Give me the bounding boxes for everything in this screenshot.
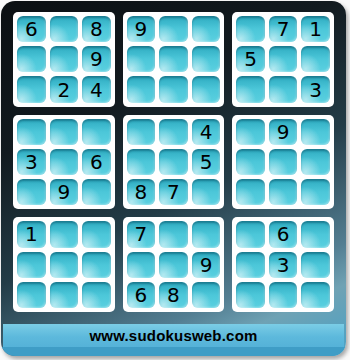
sudoku-cell-r1c4[interactable]: 9: [127, 16, 156, 42]
sudoku-cell-r3c5[interactable]: [159, 76, 188, 102]
sudoku-cell-r5c8[interactable]: [269, 149, 298, 175]
sudoku-box-7: 1: [13, 217, 115, 312]
sudoku-cell-r8c5[interactable]: [159, 252, 188, 278]
sudoku-box-8: 7968: [123, 217, 225, 312]
sudoku-cell-r5c5[interactable]: [159, 149, 188, 175]
sudoku-cell-r3c4[interactable]: [127, 76, 156, 102]
sudoku-cell-r3c7[interactable]: [236, 76, 265, 102]
sudoku-cell-r7c2[interactable]: [50, 221, 79, 247]
sudoku-cell-r1c5[interactable]: [159, 16, 188, 42]
sudoku-cell-r6c2[interactable]: 9: [50, 179, 79, 205]
sudoku-cell-r5c6[interactable]: 5: [192, 149, 221, 175]
sudoku-cell-r7c7[interactable]: [236, 221, 265, 247]
sudoku-cell-r4c4[interactable]: [127, 119, 156, 145]
sudoku-cell-r6c6[interactable]: [192, 179, 221, 205]
sudoku-cell-r7c1[interactable]: 1: [17, 221, 46, 247]
sudoku-cell-r1c9[interactable]: 1: [301, 16, 330, 42]
website-url[interactable]: www.sudokusweb.com: [89, 327, 257, 344]
sudoku-box-2: 9: [123, 12, 225, 107]
sudoku-cell-r7c5[interactable]: [159, 221, 188, 247]
sudoku-cell-r5c3[interactable]: 6: [82, 149, 111, 175]
sudoku-cell-r4c8[interactable]: 9: [269, 119, 298, 145]
sudoku-cell-r3c3[interactable]: 4: [82, 76, 111, 102]
sudoku-cell-r4c7[interactable]: [236, 119, 265, 145]
sudoku-cell-r1c7[interactable]: [236, 16, 265, 42]
sudoku-cell-r3c6[interactable]: [192, 76, 221, 102]
sudoku-cell-r8c9[interactable]: [301, 252, 330, 278]
sudoku-cell-r7c3[interactable]: [82, 221, 111, 247]
sudoku-cell-r1c6[interactable]: [192, 16, 221, 42]
sudoku-box-9: 63: [232, 217, 334, 312]
sudoku-cell-r1c1[interactable]: 6: [17, 16, 46, 42]
sudoku-cell-r8c7[interactable]: [236, 252, 265, 278]
sudoku-cell-r4c5[interactable]: [159, 119, 188, 145]
sudoku-cell-r9c9[interactable]: [301, 282, 330, 308]
sudoku-cell-r7c6[interactable]: [192, 221, 221, 247]
sudoku-cell-r3c8[interactable]: [269, 76, 298, 102]
sudoku-box-4: 369: [13, 115, 115, 210]
sudoku-cell-r8c3[interactable]: [82, 252, 111, 278]
sudoku-box-6: 9: [232, 115, 334, 210]
sudoku-cell-r7c9[interactable]: [301, 221, 330, 247]
sudoku-cell-r9c5[interactable]: 8: [159, 282, 188, 308]
sudoku-cell-r7c8[interactable]: 6: [269, 221, 298, 247]
sudoku-cell-r2c2[interactable]: [50, 46, 79, 72]
sudoku-cell-r6c7[interactable]: [236, 179, 265, 205]
sudoku-cell-r5c4[interactable]: [127, 149, 156, 175]
sudoku-cell-r2c9[interactable]: [301, 46, 330, 72]
sudoku-cell-r8c6[interactable]: 9: [192, 252, 221, 278]
sudoku-cell-r5c1[interactable]: 3: [17, 149, 46, 175]
sudoku-cell-r9c1[interactable]: [17, 282, 46, 308]
sudoku-cell-r4c2[interactable]: [50, 119, 79, 145]
sudoku-cell-r2c4[interactable]: [127, 46, 156, 72]
sudoku-box-3: 7153: [232, 12, 334, 107]
sudoku-cell-r6c3[interactable]: [82, 179, 111, 205]
sudoku-box-1: 68924: [13, 12, 115, 107]
sudoku-board: 6892497153369458791796863: [13, 12, 334, 312]
sudoku-cell-r6c5[interactable]: 7: [159, 179, 188, 205]
sudoku-cell-r1c2[interactable]: [50, 16, 79, 42]
sudoku-cell-r2c1[interactable]: [17, 46, 46, 72]
sudoku-cell-r5c9[interactable]: [301, 149, 330, 175]
sudoku-cell-r2c8[interactable]: [269, 46, 298, 72]
sudoku-cell-r9c3[interactable]: [82, 282, 111, 308]
sudoku-cell-r3c9[interactable]: 3: [301, 76, 330, 102]
sudoku-cell-r4c6[interactable]: 4: [192, 119, 221, 145]
sudoku-cell-r7c4[interactable]: 7: [127, 221, 156, 247]
sudoku-cell-r5c2[interactable]: [50, 149, 79, 175]
sudoku-box-5: 4587: [123, 115, 225, 210]
sudoku-cell-r4c1[interactable]: [17, 119, 46, 145]
sudoku-cell-r2c3[interactable]: 9: [82, 46, 111, 72]
sudoku-cell-r1c8[interactable]: 7: [269, 16, 298, 42]
sudoku-cell-r2c6[interactable]: [192, 46, 221, 72]
sudoku-cell-r3c1[interactable]: [17, 76, 46, 102]
sudoku-cell-r4c3[interactable]: [82, 119, 111, 145]
sudoku-cell-r8c4[interactable]: [127, 252, 156, 278]
sudoku-cell-r6c9[interactable]: [301, 179, 330, 205]
sudoku-cell-r3c2[interactable]: 2: [50, 76, 79, 102]
sudoku-cell-r2c7[interactable]: 5: [236, 46, 265, 72]
sudoku-cell-r6c1[interactable]: [17, 179, 46, 205]
sudoku-cell-r1c3[interactable]: 8: [82, 16, 111, 42]
sudoku-cell-r9c8[interactable]: [269, 282, 298, 308]
footer-banner: www.sudokusweb.com: [3, 324, 344, 347]
sudoku-cell-r9c6[interactable]: [192, 282, 221, 308]
sudoku-cell-r6c8[interactable]: [269, 179, 298, 205]
sudoku-cell-r5c7[interactable]: [236, 149, 265, 175]
sudoku-widget: 6892497153369458791796863 www.sudokusweb…: [1, 1, 346, 356]
sudoku-cell-r8c2[interactable]: [50, 252, 79, 278]
sudoku-cell-r9c7[interactable]: [236, 282, 265, 308]
sudoku-cell-r9c4[interactable]: 6: [127, 282, 156, 308]
sudoku-cell-r2c5[interactable]: [159, 46, 188, 72]
sudoku-cell-r9c2[interactable]: [50, 282, 79, 308]
sudoku-cell-r8c8[interactable]: 3: [269, 252, 298, 278]
sudoku-cell-r6c4[interactable]: 8: [127, 179, 156, 205]
sudoku-cell-r8c1[interactable]: [17, 252, 46, 278]
frame-bottom-strip: [1, 347, 346, 356]
sudoku-cell-r4c9[interactable]: [301, 119, 330, 145]
